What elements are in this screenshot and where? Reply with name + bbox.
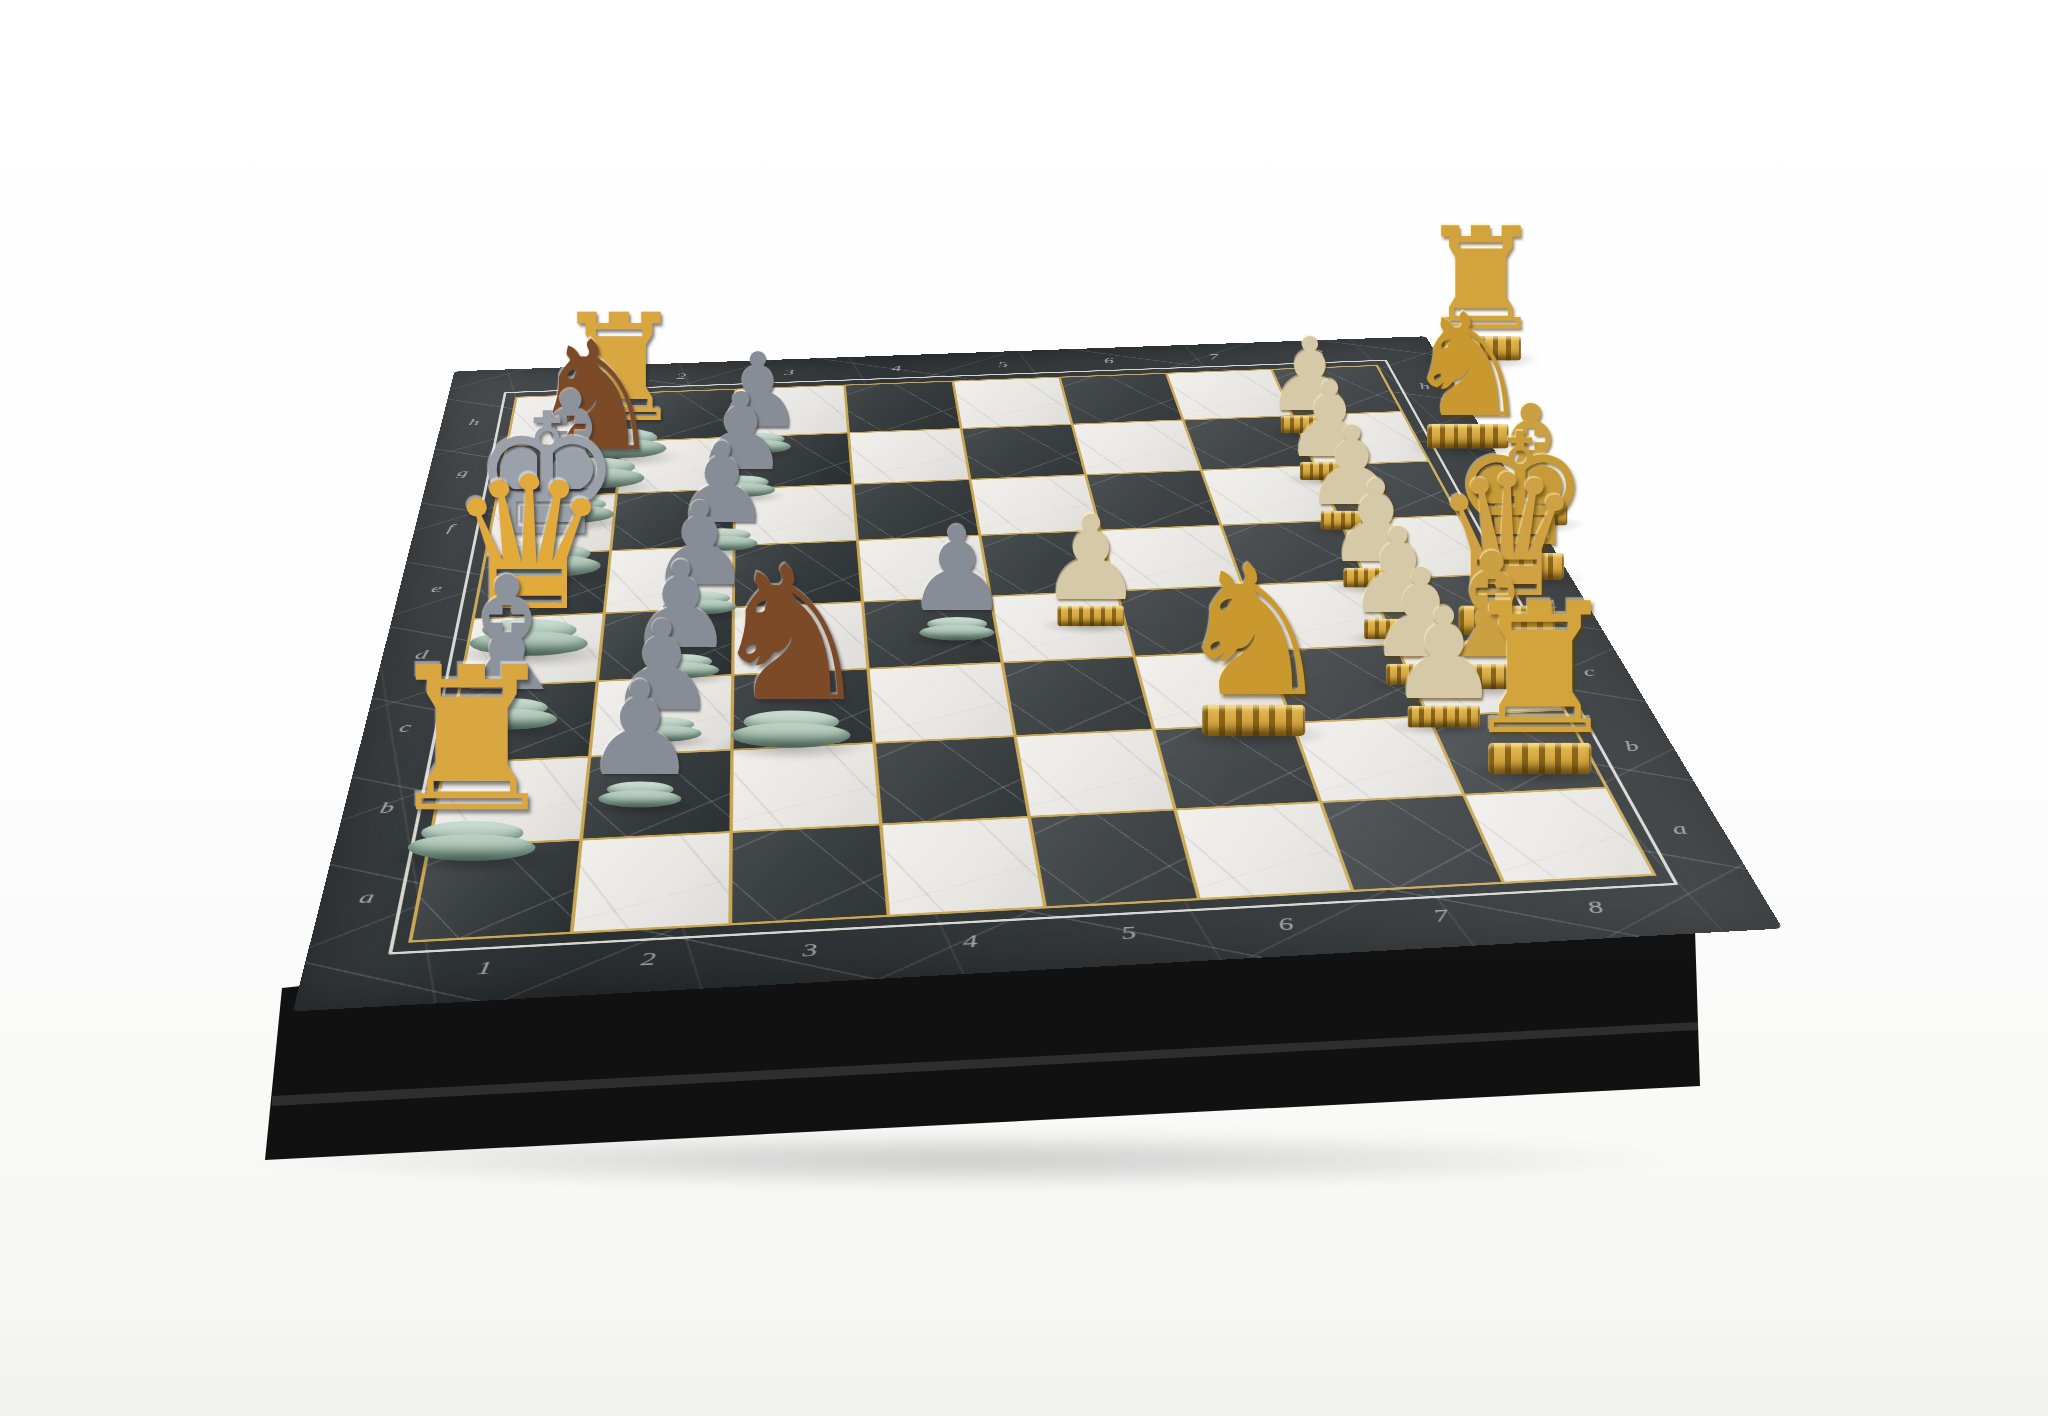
contact-shadow (584, 797, 696, 816)
piece-egyptian-N-c6: ♞ (1173, 542, 1334, 748)
piece-roman-R-a1: ♜ (383, 641, 561, 874)
product-photo-stage: abcdefghhgfedcba1234567812345678 ♜♝♛♚♝♞♜… (0, 0, 2048, 1416)
roman-R-glyph: ♜ (383, 641, 561, 840)
egyptian-R-glyph: ♜ (1459, 579, 1621, 760)
contact-shadow (710, 733, 871, 760)
piece-roman-P-e4: ♟ (905, 511, 1010, 648)
contact-shadow (1176, 722, 1332, 748)
contact-shadow (386, 845, 558, 874)
contact-shadow (906, 631, 1007, 648)
roman-N-glyph: ♞ (708, 542, 875, 728)
roman-P-glyph: ♟ (582, 664, 698, 794)
egyptian-P-glyph: ♟ (1039, 500, 1144, 617)
pieces-layer: ♜♝♛♚♝♞♜♟♟♟♟♟♟♟♞♟♟♞♟♟♟♟♟♟♟♜♝♛♚♝♞♜ (0, 0, 2048, 1416)
contact-shadow (1462, 760, 1619, 786)
contact-shadow (1040, 617, 1141, 634)
piece-egyptian-R-a8: ♜ (1459, 579, 1621, 786)
scene: abcdefghhgfedcba1234567812345678 ♜♝♛♚♝♞♜… (0, 0, 2048, 1416)
piece-egyptian-P-e5: ♟ (1039, 500, 1144, 634)
roman-P-glyph: ♟ (905, 511, 1010, 628)
piece-roman-P-a2: ♟ (582, 664, 698, 816)
egyptian-N-glyph: ♞ (1173, 542, 1334, 722)
piece-roman-N-c3: ♞ (708, 542, 875, 760)
